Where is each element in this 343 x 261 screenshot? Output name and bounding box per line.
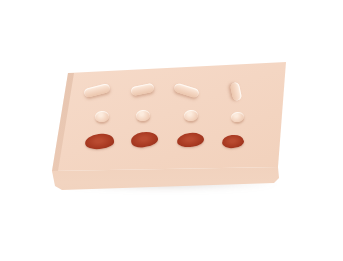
product-photo-scene bbox=[0, 0, 343, 261]
pad-surface-shading bbox=[0, 0, 343, 261]
